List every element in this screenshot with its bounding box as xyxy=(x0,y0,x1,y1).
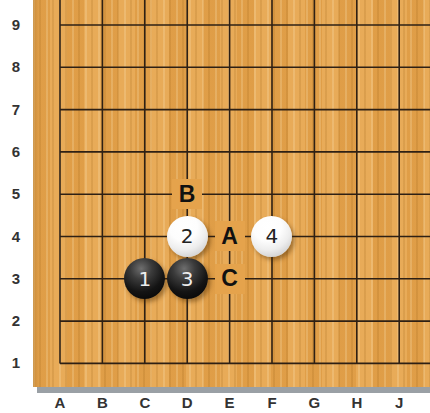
intersection-D1[interactable] xyxy=(166,342,208,384)
intersection-B8[interactable] xyxy=(81,46,123,88)
coord-row-5: 5 xyxy=(1,184,31,204)
intersection-A8[interactable] xyxy=(39,46,81,88)
intersection-G9[interactable] xyxy=(293,4,335,46)
intersection-F6[interactable] xyxy=(251,131,293,173)
intersection-C8[interactable] xyxy=(124,46,166,88)
intersection-A4[interactable] xyxy=(39,215,81,257)
intersection-C9[interactable] xyxy=(124,4,166,46)
intersection-B9[interactable] xyxy=(81,4,123,46)
intersection-F3[interactable] xyxy=(251,258,293,300)
intersection-A6[interactable] xyxy=(39,131,81,173)
intersection-H3[interactable] xyxy=(336,258,378,300)
intersection-H2[interactable] xyxy=(336,300,378,342)
intersection-H6[interactable] xyxy=(336,131,378,173)
intersection-G1[interactable] xyxy=(293,342,335,384)
intersection-F9[interactable] xyxy=(251,4,293,46)
coord-col-B: B xyxy=(89,394,115,412)
label-C-at-E3[interactable]: C xyxy=(215,264,245,294)
stone-move-number: 2 xyxy=(181,226,194,246)
intersection-E3[interactable]: C xyxy=(208,258,250,300)
intersection-E2[interactable] xyxy=(208,300,250,342)
intersection-C7[interactable] xyxy=(124,88,166,130)
coord-row-8: 8 xyxy=(1,57,31,77)
stone-move-number: 3 xyxy=(181,269,194,289)
intersection-G5[interactable] xyxy=(293,173,335,215)
intersection-G3[interactable] xyxy=(293,258,335,300)
coord-col-F: F xyxy=(259,394,285,412)
intersection-D3[interactable]: 3 xyxy=(166,258,208,300)
intersection-B4[interactable] xyxy=(81,215,123,257)
stone-black-1-C3[interactable]: 1 xyxy=(124,258,165,299)
coord-col-H: H xyxy=(344,394,370,412)
intersection-H5[interactable] xyxy=(336,173,378,215)
coord-row-1: 1 xyxy=(1,353,31,373)
intersection-F5[interactable] xyxy=(251,173,293,215)
intersection-E8[interactable] xyxy=(208,46,250,88)
intersection-F8[interactable] xyxy=(251,46,293,88)
coord-col-G: G xyxy=(301,394,327,412)
stone-black-3-D3[interactable]: 3 xyxy=(167,258,208,299)
coord-col-A: A xyxy=(47,394,73,412)
intersection-J4[interactable] xyxy=(378,215,420,257)
intersection-D4[interactable]: 2 xyxy=(166,215,208,257)
intersection-D2[interactable] xyxy=(166,300,208,342)
intersection-F2[interactable] xyxy=(251,300,293,342)
stone-move-number: 4 xyxy=(266,226,279,246)
intersection-A2[interactable] xyxy=(39,300,81,342)
coord-row-9: 9 xyxy=(1,15,31,35)
intersection-G7[interactable] xyxy=(293,88,335,130)
intersection-F7[interactable] xyxy=(251,88,293,130)
intersection-C5[interactable] xyxy=(124,173,166,215)
intersection-J6[interactable] xyxy=(378,131,420,173)
coord-row-7: 7 xyxy=(1,100,31,120)
intersection-A3[interactable] xyxy=(39,258,81,300)
intersection-A7[interactable] xyxy=(39,88,81,130)
intersection-C4[interactable] xyxy=(124,215,166,257)
intersection-F1[interactable] xyxy=(251,342,293,384)
intersection-B2[interactable] xyxy=(81,300,123,342)
intersection-J2[interactable] xyxy=(378,300,420,342)
intersection-E7[interactable] xyxy=(208,88,250,130)
intersection-B6[interactable] xyxy=(81,131,123,173)
intersection-J3[interactable] xyxy=(378,258,420,300)
intersection-D6[interactable] xyxy=(166,131,208,173)
intersection-J8[interactable] xyxy=(378,46,420,88)
stone-white-4-F4[interactable]: 4 xyxy=(251,216,292,257)
intersection-B5[interactable] xyxy=(81,173,123,215)
intersection-G4[interactable] xyxy=(293,215,335,257)
intersection-F4[interactable]: 4 xyxy=(251,215,293,257)
label-A-at-E4[interactable]: A xyxy=(215,221,245,251)
intersection-J5[interactable] xyxy=(378,173,420,215)
board-shadow xyxy=(37,387,430,393)
board-intersections: B2A413C xyxy=(39,4,421,385)
intersection-G2[interactable] xyxy=(293,300,335,342)
coord-row-6: 6 xyxy=(1,142,31,162)
intersection-A1[interactable] xyxy=(39,342,81,384)
intersection-H7[interactable] xyxy=(336,88,378,130)
intersection-H1[interactable] xyxy=(336,342,378,384)
intersection-E6[interactable] xyxy=(208,131,250,173)
coord-row-4: 4 xyxy=(1,227,31,247)
intersection-E4[interactable]: A xyxy=(208,215,250,257)
coord-row-2: 2 xyxy=(1,311,31,331)
intersection-C6[interactable] xyxy=(124,131,166,173)
intersection-G6[interactable] xyxy=(293,131,335,173)
coord-col-E: E xyxy=(217,394,243,412)
intersection-J7[interactable] xyxy=(378,88,420,130)
intersection-J1[interactable] xyxy=(378,342,420,384)
intersection-G8[interactable] xyxy=(293,46,335,88)
coord-col-C: C xyxy=(132,394,158,412)
intersection-H4[interactable] xyxy=(336,215,378,257)
intersection-B1[interactable] xyxy=(81,342,123,384)
intersection-D5[interactable]: B xyxy=(166,173,208,215)
intersection-E5[interactable] xyxy=(208,173,250,215)
intersection-B7[interactable] xyxy=(81,88,123,130)
intersection-E1[interactable] xyxy=(208,342,250,384)
stone-white-2-D4[interactable]: 2 xyxy=(167,216,208,257)
coord-row-3: 3 xyxy=(1,269,31,289)
intersection-E9[interactable] xyxy=(208,4,250,46)
stone-move-number: 1 xyxy=(138,269,151,289)
intersection-C2[interactable] xyxy=(124,300,166,342)
intersection-H9[interactable] xyxy=(336,4,378,46)
intersection-C1[interactable] xyxy=(124,342,166,384)
intersection-J9[interactable] xyxy=(378,4,420,46)
intersection-D7[interactable] xyxy=(166,88,208,130)
label-B-at-D5[interactable]: B xyxy=(172,179,202,209)
go-diagram: B2A413C 987654321 ABCDEFGHJ xyxy=(0,0,430,413)
go-board[interactable]: B2A413C xyxy=(33,0,430,387)
intersection-A5[interactable] xyxy=(39,173,81,215)
intersection-D9[interactable] xyxy=(166,4,208,46)
intersection-C3[interactable]: 1 xyxy=(124,258,166,300)
coord-col-D: D xyxy=(174,394,200,412)
coord-col-J: J xyxy=(386,394,412,412)
intersection-B3[interactable] xyxy=(81,258,123,300)
intersection-H8[interactable] xyxy=(336,46,378,88)
intersection-A9[interactable] xyxy=(39,4,81,46)
intersection-D8[interactable] xyxy=(166,46,208,88)
